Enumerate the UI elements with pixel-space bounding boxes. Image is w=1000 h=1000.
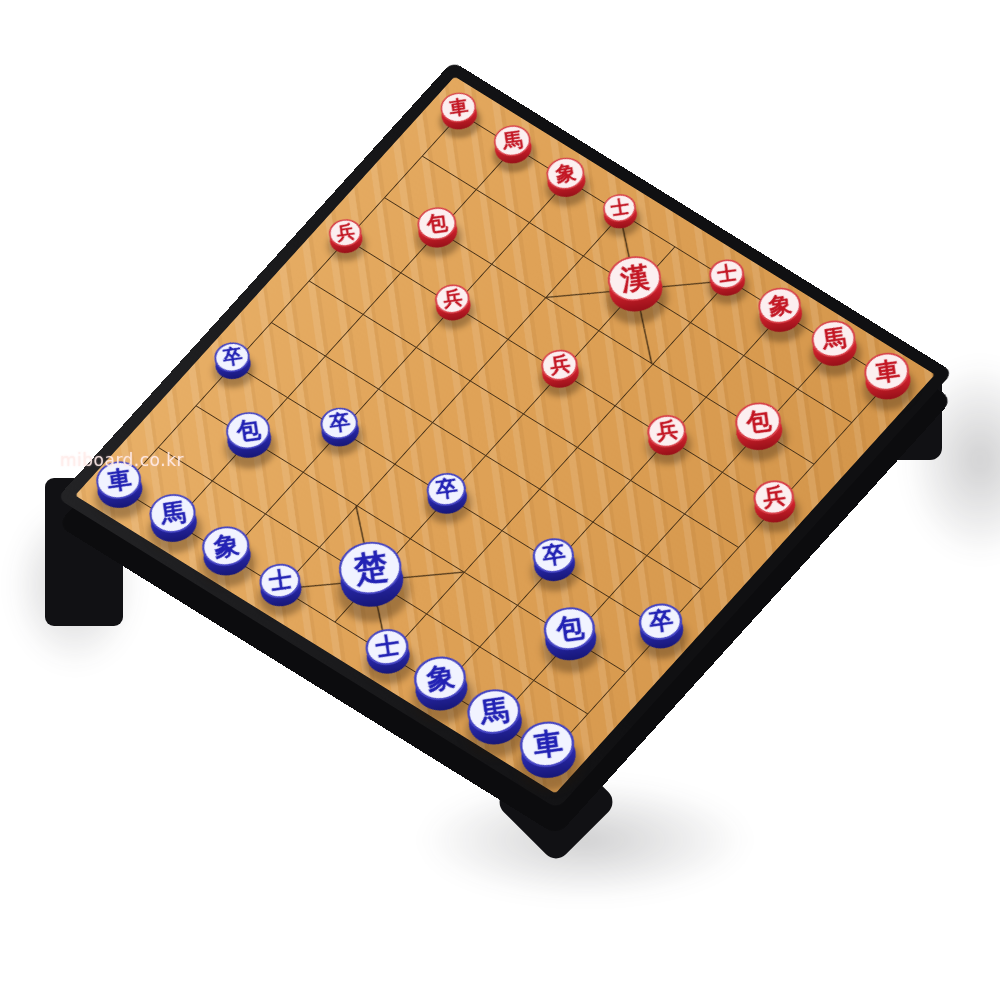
piece-blue-horse-b1[interactable]: 馬 (141, 495, 206, 549)
watermark: miboard.co.kr (60, 450, 184, 470)
piece-glyph: 馬 (158, 499, 186, 527)
piece-glyph: 車 (448, 97, 469, 118)
piece-glyph: 士 (609, 197, 630, 218)
piece-glyph: 馬 (501, 129, 523, 151)
piece-glyph: 卒 (647, 608, 674, 635)
piece-red-horse-h10[interactable]: 馬 (804, 322, 865, 373)
piece-glyph: 包 (234, 417, 261, 444)
piece-glyph: 象 (554, 162, 577, 185)
piece-glyph: 兵 (761, 485, 786, 510)
piece-red-general-e9[interactable]: 漢 (599, 258, 674, 320)
piece-red-soldier-i7[interactable]: 兵 (746, 482, 803, 529)
pieces-layer: 車馬象兵包士兵漢士卒象兵馬包卒車車兵包馬卒象兵士楚卒士包卒象馬車 (120, 115, 888, 756)
piece-red-chariot-a10[interactable]: 車 (434, 94, 484, 136)
piece-red-cannon-h8[interactable]: 包 (727, 404, 791, 458)
piece-glyph: 楚 (351, 549, 389, 587)
piece-blue-soldier-c4[interactable]: 卒 (314, 409, 366, 453)
piece-glyph: 車 (873, 358, 900, 385)
piece-glyph: 包 (744, 408, 772, 436)
board-surface: 車馬象兵包士兵漢士卒象兵馬包卒車車兵包馬卒象兵士楚卒士包卒象馬車 (75, 76, 935, 793)
piece-red-guard-d10[interactable]: 士 (597, 195, 643, 234)
piece-red-soldier-c7[interactable]: 兵 (429, 286, 478, 326)
piece-glyph: 漢 (618, 263, 650, 295)
piece-blue-cannon-b3[interactable]: 包 (218, 413, 280, 465)
piece-glyph: 象 (424, 663, 455, 694)
piece-glyph: 馬 (477, 695, 509, 727)
janggi-board: 車馬象兵包士兵漢士卒象兵馬包卒車車兵包馬卒象兵士楚卒士包卒象馬車 (57, 61, 953, 808)
piece-glyph: 車 (105, 467, 132, 494)
piece-blue-elephant-c1[interactable]: 象 (194, 528, 260, 583)
piece-blue-guard-d1[interactable]: 士 (252, 565, 309, 613)
piece-blue-general-e2[interactable]: 楚 (328, 544, 416, 617)
piece-blue-soldier-i4[interactable]: 卒 (631, 605, 692, 656)
piece-red-elephant-c10[interactable]: 象 (540, 159, 593, 203)
piece-glyph: 象 (767, 293, 793, 319)
piece-red-cannon-b8[interactable]: 包 (410, 208, 464, 253)
piece-glyph: 兵 (548, 354, 571, 377)
piece-glyph: 士 (267, 568, 293, 594)
piece-red-soldier-g7[interactable]: 兵 (641, 416, 695, 461)
piece-blue-soldier-e4[interactable]: 卒 (420, 474, 475, 520)
piece-glyph: 包 (425, 212, 448, 235)
piece-glyph: 象 (211, 532, 240, 561)
piece-glyph: 卒 (327, 412, 350, 435)
piece-red-guard-f10[interactable]: 士 (703, 260, 752, 301)
piece-glyph: 兵 (335, 223, 355, 243)
photo-scene: 車馬象兵包士兵漢士卒象兵馬包卒車車兵包馬卒象兵士楚卒士包卒象馬車 miboard… (0, 0, 1000, 1000)
piece-glyph: 士 (373, 633, 400, 660)
piece-glyph: 卒 (434, 477, 459, 502)
piece-red-soldier-a7[interactable]: 兵 (323, 220, 369, 258)
piece-blue-soldier-g4[interactable]: 卒 (526, 540, 584, 588)
piece-blue-cannon-h3[interactable]: 包 (535, 609, 607, 669)
piece-glyph: 包 (554, 613, 585, 644)
piece-glyph: 士 (715, 263, 737, 285)
piece-glyph: 卒 (221, 346, 243, 368)
piece-glyph: 兵 (655, 419, 679, 443)
piece-blue-chariot-a1[interactable]: 車 (88, 463, 151, 516)
piece-red-chariot-i10[interactable]: 車 (856, 354, 919, 407)
piece-red-elephant-g10[interactable]: 象 (751, 289, 811, 339)
piece-red-horse-b10[interactable]: 馬 (487, 126, 538, 169)
piece-glyph: 馬 (820, 325, 846, 351)
piece-red-soldier-e7[interactable]: 兵 (535, 351, 586, 394)
piece-glyph: 卒 (540, 543, 566, 569)
piece-blue-soldier-a4[interactable]: 卒 (208, 344, 257, 385)
piece-glyph: 兵 (442, 288, 464, 310)
piece-blue-guard-f1[interactable]: 士 (358, 630, 418, 680)
piece-glyph: 車 (531, 728, 564, 761)
